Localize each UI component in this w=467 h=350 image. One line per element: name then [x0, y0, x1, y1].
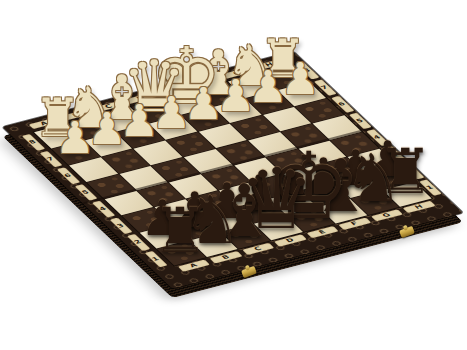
- piece-white-pawn-a7[interactable]: ♟: [55, 115, 94, 159]
- chess-set-scene: AA88BB77CC66DD55EE44FF33GG22HH11 ♜♞♝♛♚♝♞…: [0, 0, 467, 350]
- piece-black-rook-a1[interactable]: ♜: [152, 200, 208, 262]
